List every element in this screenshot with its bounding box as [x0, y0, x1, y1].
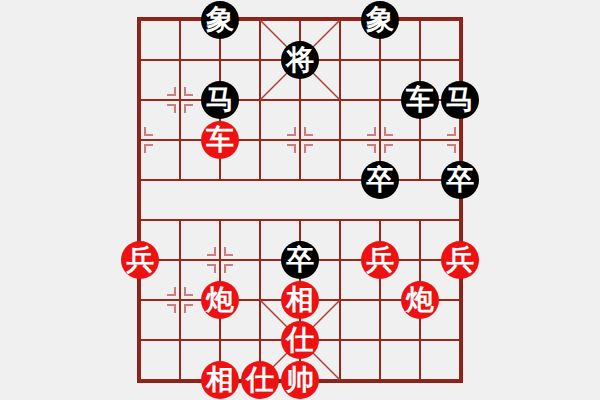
piece-black-soldier[interactable]: 卒	[281, 241, 319, 279]
piece-black-soldier[interactable]: 卒	[441, 161, 479, 199]
piece-red-soldier[interactable]: 兵	[121, 241, 159, 279]
piece-red-chariot[interactable]: 车	[201, 121, 239, 159]
piece-red-advisor[interactable]: 仕	[281, 321, 319, 359]
piece-black-elephant[interactable]: 象	[201, 1, 239, 39]
piece-red-general[interactable]: 帅	[281, 361, 319, 399]
piece-black-general[interactable]: 将	[281, 41, 319, 79]
piece-red-elephant[interactable]: 相	[201, 361, 239, 399]
piece-red-advisor[interactable]: 仕	[241, 361, 279, 399]
piece-red-elephant[interactable]: 相	[281, 281, 319, 319]
pieces-layer: 象象将马车马车卒卒兵卒兵兵炮相炮仕相仕帅	[120, 0, 480, 400]
piece-black-horse[interactable]: 马	[441, 81, 479, 119]
piece-red-soldier[interactable]: 兵	[361, 241, 399, 279]
piece-red-cannon[interactable]: 炮	[201, 281, 239, 319]
piece-black-soldier[interactable]: 卒	[361, 161, 399, 199]
piece-black-chariot[interactable]: 车	[401, 81, 439, 119]
piece-black-horse[interactable]: 马	[201, 81, 239, 119]
piece-red-cannon[interactable]: 炮	[401, 281, 439, 319]
piece-red-soldier[interactable]: 兵	[441, 241, 479, 279]
piece-black-elephant[interactable]: 象	[361, 1, 399, 39]
xiangqi-board: 象象将马车马车卒卒兵卒兵兵炮相炮仕相仕帅	[0, 0, 600, 400]
